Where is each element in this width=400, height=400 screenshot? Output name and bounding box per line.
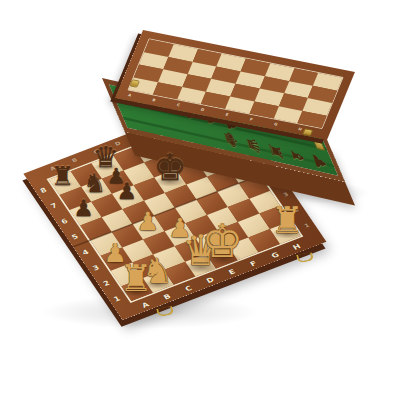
white-pawn-a3[interactable]: ♟ (112, 257, 118, 263)
coordinate-label: 8 (38, 186, 48, 194)
coordinate-label: 3 (91, 263, 101, 271)
coordinate-label: F (249, 259, 259, 267)
white-king-e1[interactable]: ♚ (219, 255, 225, 261)
black-rook-a8[interactable]: ♜ (60, 180, 66, 186)
rook-glyph: ♜ (271, 202, 304, 239)
black-pawn-c6[interactable]: ♟ (124, 194, 130, 200)
white-knight-b1[interactable]: ♞ (155, 280, 161, 286)
brass-latch-icon (156, 306, 174, 317)
pawn-glyph: ♟ (73, 197, 94, 220)
coordinate-label: 6 (59, 217, 69, 225)
knight-glyph: ♞ (142, 254, 173, 289)
king-glyph: ♚ (202, 218, 243, 264)
coordinate-label: 5 (70, 232, 80, 240)
coordinate-label: 4 (271, 176, 279, 183)
coordinate-label: 2 (101, 279, 111, 287)
rook-glyph: ♜ (51, 163, 74, 189)
coordinate-label: E (227, 268, 237, 276)
stored-piece-rook: ♜ (265, 139, 286, 162)
lid-coordinate-label: C (176, 102, 181, 107)
pawn-glyph: ♟ (116, 180, 137, 203)
lid-coordinate-label: E (225, 112, 229, 117)
knight-glyph: ♞ (83, 170, 106, 196)
pawn-glyph: ♟ (137, 209, 159, 234)
lid-coordinate-label: B (152, 98, 157, 103)
chess-set-product-photo: { "game": "chess", "scene": "wooden fold… (0, 0, 400, 400)
stored-piece-bishop: ♝ (287, 145, 308, 168)
coordinate-label: B (162, 292, 172, 300)
brass-clasp-icon (302, 128, 313, 136)
lid-coordinate-label: H (298, 127, 303, 132)
coordinate-label: D (205, 276, 216, 285)
king-glyph: ♚ (153, 149, 186, 186)
white-rook-h1[interactable]: ♜ (284, 230, 290, 236)
stored-piece-pawn: ♟ (309, 151, 330, 174)
coordinate-label: 7 (49, 201, 59, 209)
coordinate-label: G (270, 251, 281, 260)
lid-coordinate-label: A (127, 93, 132, 98)
stored-piece-queen: ♛ (242, 133, 263, 156)
lid-coordinate-label: F (249, 117, 253, 122)
black-king-e6[interactable]: ♚ (167, 177, 173, 183)
white-rook-a1[interactable]: ♜ (133, 288, 139, 294)
lid-coordinate-label: G (273, 122, 278, 127)
coordinate-label: A (140, 301, 150, 310)
brass-latch-icon (296, 252, 314, 263)
coordinate-label: 3 (282, 191, 290, 198)
black-knight-b7[interactable]: ♞ (92, 187, 98, 193)
black-pawn-a6[interactable]: ♟ (81, 211, 87, 217)
coordinate-label: H (291, 243, 302, 252)
coordinate-label: 1 (303, 222, 311, 229)
coordinate-label: 4 (80, 248, 90, 256)
lid-coordinate-label: D (200, 107, 205, 112)
coordinate-label: C (184, 284, 194, 292)
white-pawn-c4[interactable]: ♟ (145, 225, 151, 231)
brass-clasp-icon (313, 141, 325, 151)
